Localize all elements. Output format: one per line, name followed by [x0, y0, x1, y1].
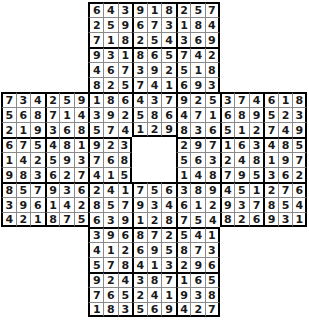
sudoku-cell-r8c6: 4: [74, 107, 89, 122]
sudoku-cell-r13c12: 6: [161, 182, 176, 197]
sudoku-cell-r14c8: 5: [103, 197, 118, 212]
sudoku-cell-r9c9: 4: [118, 122, 133, 137]
sudoku-cell-r10c9: 3: [118, 137, 133, 152]
sudoku-cell-r17c8: 1: [103, 242, 118, 257]
empty-region: [292, 272, 307, 287]
sudoku-cell-r13c2: 5: [16, 182, 31, 197]
sudoku-cell-r18c13: 2: [176, 257, 191, 272]
sudoku-cell-r15c3: 1: [30, 212, 45, 227]
sudoku-cell-r15c2: 2: [16, 212, 31, 227]
sudoku-cell-r8c15: 1: [205, 107, 220, 122]
sudoku-cell-r12c2: 8: [16, 167, 31, 182]
sudoku-cell-r14c14: 1: [190, 197, 205, 212]
sudoku-cell-r13c15: 9: [205, 182, 220, 197]
sudoku-cell-r7c13: 9: [176, 92, 191, 107]
empty-region: [249, 47, 264, 62]
empty-region: [278, 302, 293, 317]
sudoku-cell-r14c4: 1: [45, 197, 60, 212]
sudoku-cell-r13c5: 3: [59, 182, 74, 197]
sudoku-cell-r9c18: 2: [249, 122, 264, 137]
sudoku-cell-r7c14: 2: [190, 92, 205, 107]
sudoku-cell-r14c12: 4: [161, 197, 176, 212]
empty-region: [1, 272, 16, 287]
empty-region: [45, 257, 60, 272]
empty-region: [74, 257, 89, 272]
sudoku-cell-r17c11: 9: [147, 242, 162, 257]
sudoku-cell-r11c6: 3: [74, 152, 89, 167]
empty-region: [30, 272, 45, 287]
sudoku-cell-r18c15: 6: [205, 257, 220, 272]
sudoku-cell-r14c18: 7: [249, 197, 264, 212]
empty-region: [45, 2, 60, 17]
sudoku-cell-r9c15: 6: [205, 122, 220, 137]
empty-region: [292, 62, 307, 77]
sudoku-cell-r9c19: 7: [263, 122, 278, 137]
sudoku-cell-r2c15: 4: [205, 17, 220, 32]
sudoku-cell-r7c3: 4: [30, 92, 45, 107]
sudoku-cell-r8c20: 2: [278, 107, 293, 122]
empty-region: [278, 17, 293, 32]
empty-region: [30, 227, 45, 242]
empty-region: [45, 77, 60, 92]
empty-region: [292, 17, 307, 32]
sudoku-cell-r20c12: 1: [161, 287, 176, 302]
sudoku-cell-r2c7: 2: [88, 17, 103, 32]
sudoku-cell-r19c13: 1: [176, 272, 191, 287]
sudoku-cell-r2c8: 5: [103, 17, 118, 32]
empty-region: [45, 227, 60, 242]
sudoku-cell-r2c12: 3: [161, 17, 176, 32]
sudoku-cell-r20c15: 8: [205, 287, 220, 302]
sudoku-cell-r13c6: 6: [74, 182, 89, 197]
empty-region: [1, 47, 16, 62]
empty-region: [292, 32, 307, 47]
sudoku-cell-r12c8: 1: [103, 167, 118, 182]
sudoku-cell-r16c9: 6: [118, 227, 133, 242]
sudoku-cell-r17c9: 2: [118, 242, 133, 257]
sudoku-cell-r16c7: 3: [88, 227, 103, 242]
sudoku-cell-r14c15: 2: [205, 197, 220, 212]
sudoku-cell-r15c7: 6: [88, 212, 103, 227]
empty-region: [30, 302, 45, 317]
sudoku-cell-r18c7: 5: [88, 257, 103, 272]
sudoku-cell-r7c15: 5: [205, 92, 220, 107]
empty-region: [234, 17, 249, 32]
empty-region: [220, 62, 235, 77]
empty-region: [16, 47, 31, 62]
sudoku-cell-r7c2: 3: [16, 92, 31, 107]
empty-region: [161, 167, 176, 182]
empty-region: [278, 62, 293, 77]
sudoku-cell-r16c11: 7: [147, 227, 162, 242]
sudoku-cell-r9c16: 5: [220, 122, 235, 137]
sudoku-cell-r15c10: 1: [132, 212, 147, 227]
empty-region: [249, 242, 264, 257]
sudoku-cell-r17c13: 8: [176, 242, 191, 257]
sudoku-cell-r6c7: 8: [88, 77, 103, 92]
empty-region: [234, 2, 249, 17]
empty-region: [30, 257, 45, 272]
sudoku-cell-r3c7: 7: [88, 32, 103, 47]
sudoku-cell-r15c18: 6: [249, 212, 264, 227]
sudoku-cell-r14c10: 9: [132, 197, 147, 212]
empty-region: [278, 2, 293, 17]
sudoku-cell-r8c3: 8: [30, 107, 45, 122]
sudoku-cell-r13c18: 1: [249, 182, 264, 197]
sudoku-cell-r5c14: 1: [190, 62, 205, 77]
empty-region: [45, 302, 60, 317]
empty-region: [16, 2, 31, 17]
sudoku-cell-r12c15: 8: [205, 167, 220, 182]
empty-region: [16, 17, 31, 32]
sudoku-cell-r14c1: 3: [1, 197, 16, 212]
sudoku-cell-r19c11: 8: [147, 272, 162, 287]
sudoku-cell-r1c10: 9: [132, 2, 147, 17]
empty-region: [16, 77, 31, 92]
sudoku-cell-r11c5: 9: [59, 152, 74, 167]
sudoku-cell-r13c17: 5: [234, 182, 249, 197]
sudoku-cell-r11c3: 2: [30, 152, 45, 167]
empty-region: [16, 62, 31, 77]
sudoku-cell-r1c9: 3: [118, 2, 133, 17]
empty-region: [59, 32, 74, 47]
sudoku-cell-r6c11: 4: [147, 77, 162, 92]
empty-region: [59, 62, 74, 77]
sudoku-cell-r13c7: 2: [88, 182, 103, 197]
empty-region: [16, 32, 31, 47]
sudoku-cell-r1c8: 4: [103, 2, 118, 17]
sudoku-cell-r16c8: 9: [103, 227, 118, 242]
sudoku-cell-r6c12: 1: [161, 77, 176, 92]
empty-region: [234, 77, 249, 92]
sudoku-cell-r3c9: 8: [118, 32, 133, 47]
empty-region: [263, 62, 278, 77]
empty-region: [30, 287, 45, 302]
empty-region: [1, 17, 16, 32]
empty-region: [74, 242, 89, 257]
sudoku-cell-r11c17: 4: [234, 152, 249, 167]
sudoku-cell-r10c19: 4: [263, 137, 278, 152]
empty-region: [45, 272, 60, 287]
sudoku-cell-r12c5: 2: [59, 167, 74, 182]
sudoku-cell-r9c10: 1: [132, 122, 147, 137]
sudoku-cell-r3c10: 2: [132, 32, 147, 47]
sudoku-cell-r8c14: 7: [190, 107, 205, 122]
sudoku-cell-r18c10: 4: [132, 257, 147, 272]
empty-region: [292, 47, 307, 62]
empty-region: [263, 257, 278, 272]
sudoku-cell-r15c19: 9: [263, 212, 278, 227]
sudoku-cell-r21c14: 2: [190, 302, 205, 317]
sudoku-cell-r14c5: 4: [59, 197, 74, 212]
empty-region: [74, 287, 89, 302]
empty-region: [45, 32, 60, 47]
sudoku-cell-r8c1: 5: [1, 107, 16, 122]
sudoku-cell-r7c19: 6: [263, 92, 278, 107]
sudoku-cell-r19c10: 3: [132, 272, 147, 287]
sudoku-cell-r7c20: 1: [278, 92, 293, 107]
sudoku-cell-r8c5: 1: [59, 107, 74, 122]
sudoku-cell-r8c11: 8: [147, 107, 162, 122]
sudoku-cell-r15c5: 7: [59, 212, 74, 227]
empty-region: [220, 47, 235, 62]
empty-region: [220, 227, 235, 242]
empty-region: [30, 62, 45, 77]
sudoku-cell-r10c7: 9: [88, 137, 103, 152]
sudoku-cell-r10c16: 1: [220, 137, 235, 152]
empty-region: [234, 242, 249, 257]
empty-region: [234, 32, 249, 47]
empty-region: [220, 287, 235, 302]
sudoku-cell-r9c17: 1: [234, 122, 249, 137]
sudoku-cell-r10c2: 7: [16, 137, 31, 152]
empty-region: [220, 77, 235, 92]
empty-region: [263, 2, 278, 17]
sudoku-cell-r12c21: 2: [292, 167, 307, 182]
empty-region: [30, 2, 45, 17]
sudoku-cell-r21c15: 7: [205, 302, 220, 317]
empty-region: [59, 2, 74, 17]
empty-region: [74, 62, 89, 77]
sudoku-cell-r15c1: 4: [1, 212, 16, 227]
sudoku-cell-r15c9: 9: [118, 212, 133, 227]
sudoku-cell-r13c20: 7: [278, 182, 293, 197]
sudoku-cell-r3c15: 9: [205, 32, 220, 47]
empty-region: [234, 62, 249, 77]
empty-region: [220, 32, 235, 47]
sudoku-cell-r14c9: 7: [118, 197, 133, 212]
sudoku-cell-r10c15: 7: [205, 137, 220, 152]
empty-region: [292, 2, 307, 17]
empty-region: [278, 47, 293, 62]
sudoku-cell-r13c16: 4: [220, 182, 235, 197]
empty-region: [161, 137, 176, 152]
sudoku-cell-r14c17: 3: [234, 197, 249, 212]
sudoku-cell-r1c7: 6: [88, 2, 103, 17]
empty-region: [59, 227, 74, 242]
sudoku-cell-r19c14: 6: [190, 272, 205, 287]
empty-region: [1, 302, 16, 317]
sudoku-cell-r15c14: 5: [190, 212, 205, 227]
sudoku-cell-r11c16: 2: [220, 152, 235, 167]
sudoku-cell-r5c8: 6: [103, 62, 118, 77]
sudoku-cell-r15c12: 8: [161, 212, 176, 227]
sudoku-cell-r4c10: 8: [132, 47, 147, 62]
empty-region: [292, 242, 307, 257]
sudoku-cell-r19c7: 9: [88, 272, 103, 287]
sudoku-cell-r10c21: 5: [292, 137, 307, 152]
sudoku-cell-r4c11: 6: [147, 47, 162, 62]
sudoku-cell-r17c12: 5: [161, 242, 176, 257]
sudoku-cell-r1c14: 5: [190, 2, 205, 17]
sudoku-cell-r20c9: 5: [118, 287, 133, 302]
sudoku-cell-r8c17: 8: [234, 107, 249, 122]
sudoku-cell-r11c4: 5: [45, 152, 60, 167]
sudoku-cell-r7c6: 9: [74, 92, 89, 107]
sudoku-cell-r9c2: 1: [16, 122, 31, 137]
sudoku-cell-r1c15: 7: [205, 2, 220, 17]
empty-region: [263, 302, 278, 317]
sudoku-cell-r14c7: 8: [88, 197, 103, 212]
sudoku-cell-r17c10: 6: [132, 242, 147, 257]
empty-region: [263, 17, 278, 32]
sudoku-cell-r14c3: 6: [30, 197, 45, 212]
sudoku-cell-r3c14: 6: [190, 32, 205, 47]
sudoku-cell-r8c18: 9: [249, 107, 264, 122]
sudoku-cell-r9c13: 8: [176, 122, 191, 137]
sudoku-cell-r10c3: 5: [30, 137, 45, 152]
empty-region: [74, 32, 89, 47]
sudoku-cell-r11c21: 7: [292, 152, 307, 167]
empty-region: [16, 242, 31, 257]
sudoku-cell-r15c11: 2: [147, 212, 162, 227]
empty-region: [249, 272, 264, 287]
sudoku-cell-r7c5: 5: [59, 92, 74, 107]
sudoku-cell-r9c3: 9: [30, 122, 45, 137]
sudoku-cell-r20c11: 4: [147, 287, 162, 302]
empty-region: [59, 47, 74, 62]
sudoku-cell-r16c15: 1: [205, 227, 220, 242]
sudoku-cell-r20c14: 3: [190, 287, 205, 302]
sudoku-cell-r9c4: 3: [45, 122, 60, 137]
sudoku-cell-r6c14: 9: [190, 77, 205, 92]
empty-region: [59, 77, 74, 92]
empty-region: [45, 242, 60, 257]
sudoku-cell-r10c5: 8: [59, 137, 74, 152]
sudoku-cell-r11c19: 1: [263, 152, 278, 167]
sudoku-cell-r13c19: 2: [263, 182, 278, 197]
sudoku-cell-r5c12: 2: [161, 62, 176, 77]
sudoku-cell-r7c10: 4: [132, 92, 147, 107]
empty-region: [292, 227, 307, 242]
empty-region: [30, 242, 45, 257]
empty-region: [59, 257, 74, 272]
sudoku-cell-r10c8: 2: [103, 137, 118, 152]
empty-region: [292, 302, 307, 317]
sudoku-cell-r5c15: 8: [205, 62, 220, 77]
sudoku-cell-r12c17: 9: [234, 167, 249, 182]
empty-region: [16, 287, 31, 302]
sudoku-cell-r9c21: 9: [292, 122, 307, 137]
sudoku-cell-r3c12: 4: [161, 32, 176, 47]
sudoku-cell-r9c8: 7: [103, 122, 118, 137]
sudoku-cell-r16c12: 2: [161, 227, 176, 242]
sudoku-cell-r9c14: 3: [190, 122, 205, 137]
empty-region: [59, 17, 74, 32]
sudoku-cell-r12c18: 5: [249, 167, 264, 182]
empty-region: [249, 2, 264, 17]
empty-region: [132, 137, 147, 152]
empty-region: [278, 287, 293, 302]
sudoku-cell-r13c13: 3: [176, 182, 191, 197]
sudoku-cell-r9c7: 5: [88, 122, 103, 137]
sudoku-cell-r3c11: 5: [147, 32, 162, 47]
sudoku-cell-r11c15: 3: [205, 152, 220, 167]
sudoku-cell-r11c9: 8: [118, 152, 133, 167]
empty-region: [263, 272, 278, 287]
sudoku-cell-r3c13: 3: [176, 32, 191, 47]
sudoku-cell-r12c3: 3: [30, 167, 45, 182]
sudoku-cell-r12c6: 7: [74, 167, 89, 182]
empty-region: [59, 302, 74, 317]
sudoku-cell-r19c15: 5: [205, 272, 220, 287]
sudoku-cell-r8c10: 5: [132, 107, 147, 122]
sudoku-cell-r13c8: 4: [103, 182, 118, 197]
empty-region: [74, 77, 89, 92]
empty-region: [292, 77, 307, 92]
empty-region: [74, 2, 89, 17]
sudoku-cell-r14c2: 9: [16, 197, 31, 212]
sudoku-cell-r11c14: 6: [190, 152, 205, 167]
empty-region: [234, 302, 249, 317]
sudoku-cell-r10c6: 1: [74, 137, 89, 152]
empty-region: [74, 227, 89, 242]
sudoku-cell-r16c10: 8: [132, 227, 147, 242]
sudoku-cell-r8c12: 6: [161, 107, 176, 122]
empty-region: [220, 242, 235, 257]
empty-region: [1, 62, 16, 77]
sudoku-cell-r18c9: 8: [118, 257, 133, 272]
sudoku-cell-r10c18: 3: [249, 137, 264, 152]
empty-region: [45, 17, 60, 32]
sudoku-cell-r9c12: 9: [161, 122, 176, 137]
empty-region: [16, 302, 31, 317]
sudoku-cell-r14c11: 3: [147, 197, 162, 212]
empty-region: [249, 62, 264, 77]
sudoku-cell-r1c11: 1: [147, 2, 162, 17]
sudoku-cell-r11c13: 5: [176, 152, 191, 167]
empty-region: [278, 77, 293, 92]
sudoku-cell-r15c17: 2: [234, 212, 249, 227]
sudoku-cell-r6c13: 6: [176, 77, 191, 92]
sudoku-cell-r11c20: 9: [278, 152, 293, 167]
sudoku-cell-r10c13: 2: [176, 137, 191, 152]
empty-region: [16, 227, 31, 242]
empty-region: [249, 32, 264, 47]
sudoku-cell-r8c9: 2: [118, 107, 133, 122]
sudoku-cell-r15c15: 4: [205, 212, 220, 227]
sudoku-cell-r15c16: 8: [220, 212, 235, 227]
empty-region: [147, 167, 162, 182]
empty-region: [263, 32, 278, 47]
empty-region: [74, 17, 89, 32]
sudoku-cell-r8c19: 5: [263, 107, 278, 122]
sudoku-cell-r20c8: 6: [103, 287, 118, 302]
sudoku-cell-r9c20: 4: [278, 122, 293, 137]
empty-region: [278, 272, 293, 287]
empty-region: [1, 227, 16, 242]
empty-region: [59, 272, 74, 287]
sudoku-cell-r7c12: 7: [161, 92, 176, 107]
sudoku-cell-r2c13: 1: [176, 17, 191, 32]
sudoku-cell-r8c4: 7: [45, 107, 60, 122]
sudoku-cell-r7c21: 8: [292, 92, 307, 107]
sudoku-cell-r2c9: 9: [118, 17, 133, 32]
sudoku-cell-r13c11: 5: [147, 182, 162, 197]
sudoku-cell-r4c15: 2: [205, 47, 220, 62]
sudoku-cell-r8c2: 6: [16, 107, 31, 122]
sudoku-cell-r7c8: 8: [103, 92, 118, 107]
sudoku-cell-r16c13: 5: [176, 227, 191, 242]
sudoku-cell-r21c11: 6: [147, 302, 162, 317]
empty-region: [292, 257, 307, 272]
sudoku-cell-r7c16: 3: [220, 92, 235, 107]
empty-region: [278, 242, 293, 257]
sudoku-cell-r14c21: 4: [292, 197, 307, 212]
sudoku-cell-r12c9: 5: [118, 167, 133, 182]
empty-region: [30, 77, 45, 92]
sudoku-cell-r2c10: 6: [132, 17, 147, 32]
